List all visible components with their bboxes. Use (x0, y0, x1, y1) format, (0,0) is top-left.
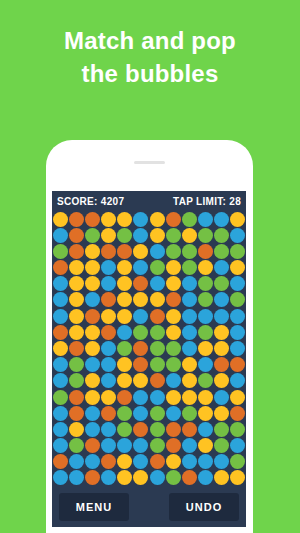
bubble-r15-c8[interactable] (166, 438, 181, 453)
bubble-r12-c5[interactable] (117, 390, 132, 405)
score-value: 4207 (101, 196, 124, 207)
bubble-r3-c8[interactable] (166, 244, 181, 259)
bubble-r9-c9[interactable] (182, 341, 197, 356)
bubble-r1-c2[interactable] (69, 212, 84, 227)
bubble-r1-c12[interactable] (230, 212, 245, 227)
bubble-r11-c5[interactable] (117, 373, 132, 388)
speaker-slit (134, 161, 165, 164)
bubble-r14-c1[interactable] (53, 422, 68, 437)
bubble-r13-c9[interactable] (182, 406, 197, 421)
game-screen: SCORE: 4207 TAP LIMIT: 28 MENU UNDO (52, 191, 246, 527)
tap-limit-value: 28 (229, 196, 241, 207)
bubble-r7-c1[interactable] (53, 309, 68, 324)
bubble-r10-c8[interactable] (166, 357, 181, 372)
bubble-r3-c9[interactable] (182, 244, 197, 259)
bubble-r13-c5[interactable] (117, 406, 132, 421)
bubble-r16-c2[interactable] (69, 454, 84, 469)
bubble-r5-c6[interactable] (133, 276, 148, 291)
bubble-r12-c12[interactable] (230, 390, 245, 405)
bubble-r11-c8[interactable] (166, 373, 181, 388)
bubble-r10-c2[interactable] (69, 357, 84, 372)
bubble-r2-c5[interactable] (117, 228, 132, 243)
bubble-r4-c2[interactable] (69, 260, 84, 275)
bubble-r12-c4[interactable] (101, 390, 116, 405)
bubble-r15-c11[interactable] (214, 438, 229, 453)
bubble-r16-c5[interactable] (117, 454, 132, 469)
bubble-r13-c2[interactable] (69, 406, 84, 421)
bubble-r17-c9[interactable] (182, 470, 197, 485)
bubble-r16-c1[interactable] (53, 454, 68, 469)
bubble-r16-c10[interactable] (198, 454, 213, 469)
bubble-r5-c8[interactable] (166, 276, 181, 291)
bubble-r4-c11[interactable] (214, 260, 229, 275)
bubble-r8-c1[interactable] (53, 325, 68, 340)
bubble-r2-c2[interactable] (69, 228, 84, 243)
hud-bar: SCORE: 4207 TAP LIMIT: 28 (52, 191, 246, 211)
bubble-r9-c11[interactable] (214, 341, 229, 356)
phone-mockup: SCORE: 4207 TAP LIMIT: 28 MENU UNDO (46, 140, 253, 533)
bubble-r14-c7[interactable] (150, 422, 165, 437)
bubble-r9-c2[interactable] (69, 341, 84, 356)
bubble-r11-c12[interactable] (230, 373, 245, 388)
headline-line1: Match and pop (0, 24, 300, 57)
bubble-r14-c8[interactable] (166, 422, 181, 437)
bubble-r14-c4[interactable] (101, 422, 116, 437)
score-label: SCORE: (57, 196, 98, 207)
bubble-r2-c10[interactable] (198, 228, 213, 243)
bubble-r7-c11[interactable] (214, 309, 229, 324)
bubble-r6-c3[interactable] (85, 292, 100, 307)
bubble-r16-c11[interactable] (214, 454, 229, 469)
bubble-r2-c9[interactable] (182, 228, 197, 243)
bubble-r2-c4[interactable] (101, 228, 116, 243)
bubble-r4-c10[interactable] (198, 260, 213, 275)
bubble-r2-c8[interactable] (166, 228, 181, 243)
bubble-r16-c3[interactable] (85, 454, 100, 469)
bubble-r16-c4[interactable] (101, 454, 116, 469)
bubble-r7-c7[interactable] (150, 309, 165, 324)
bubble-r8-c11[interactable] (214, 325, 229, 340)
bubble-r3-c12[interactable] (230, 244, 245, 259)
bubble-r13-c10[interactable] (198, 406, 213, 421)
bubble-r5-c10[interactable] (198, 276, 213, 291)
bubble-r5-c7[interactable] (150, 276, 165, 291)
bubble-r5-c1[interactable] (53, 276, 68, 291)
bubble-r15-c3[interactable] (85, 438, 100, 453)
bubble-r15-c9[interactable] (182, 438, 197, 453)
bubble-r8-c3[interactable] (85, 325, 100, 340)
footer-bar: MENU UNDO (52, 486, 246, 527)
bubble-r3-c5[interactable] (117, 244, 132, 259)
tap-limit-label: TAP LIMIT: (173, 196, 226, 207)
bubble-r13-c11[interactable] (214, 406, 229, 421)
bubble-r9-c10[interactable] (198, 341, 213, 356)
bubble-r4-c5[interactable] (117, 260, 132, 275)
bubble-r13-c6[interactable] (133, 406, 148, 421)
bubble-r13-c7[interactable] (150, 406, 165, 421)
bubble-r6-c5[interactable] (117, 292, 132, 307)
undo-button[interactable]: UNDO (169, 493, 239, 521)
bubble-r14-c3[interactable] (85, 422, 100, 437)
bubble-r11-c3[interactable] (85, 373, 100, 388)
bubble-r14-c6[interactable] (133, 422, 148, 437)
bubble-r16-c7[interactable] (150, 454, 165, 469)
bubble-r8-c10[interactable] (198, 325, 213, 340)
bubble-r5-c12[interactable] (230, 276, 245, 291)
bubble-r11-c9[interactable] (182, 373, 197, 388)
score-text: SCORE: 4207 (57, 196, 124, 207)
bubble-r8-c7[interactable] (150, 325, 165, 340)
bubble-r15-c6[interactable] (133, 438, 148, 453)
bubble-r3-c11[interactable] (214, 244, 229, 259)
bubble-r14-c12[interactable] (230, 422, 245, 437)
bubble-r15-c2[interactable] (69, 438, 84, 453)
bubble-r7-c2[interactable] (69, 309, 84, 324)
bubble-r13-c8[interactable] (166, 406, 181, 421)
board (52, 211, 246, 486)
bubble-r4-c8[interactable] (166, 260, 181, 275)
bubble-r10-c9[interactable] (182, 357, 197, 372)
bubble-r6-c10[interactable] (198, 292, 213, 307)
bubble-r17-c7[interactable] (150, 470, 165, 485)
bubble-r14-c2[interactable] (69, 422, 84, 437)
bubble-r13-c3[interactable] (85, 406, 100, 421)
bubble-r12-c1[interactable] (53, 390, 68, 405)
bubble-r8-c9[interactable] (182, 325, 197, 340)
bubble-r8-c5[interactable] (117, 325, 132, 340)
bubble-r1-c9[interactable] (182, 212, 197, 227)
bubble-r11-c11[interactable] (214, 373, 229, 388)
bubble-r10-c4[interactable] (101, 357, 116, 372)
bubble-r6-c11[interactable] (214, 292, 229, 307)
bubble-r17-c11[interactable] (214, 470, 229, 485)
bubble-r16-c8[interactable] (166, 454, 181, 469)
bubble-r2-c3[interactable] (85, 228, 100, 243)
bubble-r7-c3[interactable] (85, 309, 100, 324)
bubble-r14-c5[interactable] (117, 422, 132, 437)
bubble-r2-c7[interactable] (150, 228, 165, 243)
bubble-r6-c8[interactable] (166, 292, 181, 307)
bubble-r1-c1[interactable] (53, 212, 68, 227)
bubble-r4-c4[interactable] (101, 260, 116, 275)
bubble-r5-c2[interactable] (69, 276, 84, 291)
bubble-r12-c7[interactable] (150, 390, 165, 405)
bubble-r17-c12[interactable] (230, 470, 245, 485)
bubble-r10-c3[interactable] (85, 357, 100, 372)
bubble-r6-c2[interactable] (69, 292, 84, 307)
bubble-r15-c1[interactable] (53, 438, 68, 453)
bubble-r5-c11[interactable] (214, 276, 229, 291)
bubble-r17-c3[interactable] (85, 470, 100, 485)
bubble-r3-c1[interactable] (53, 244, 68, 259)
bubble-r12-c6[interactable] (133, 390, 148, 405)
bubble-r6-c1[interactable] (53, 292, 68, 307)
bubble-r14-c11[interactable] (214, 422, 229, 437)
bubble-r6-c7[interactable] (150, 292, 165, 307)
bubble-r11-c7[interactable] (150, 373, 165, 388)
bubble-r10-c7[interactable] (150, 357, 165, 372)
bubble-r6-c4[interactable] (101, 292, 116, 307)
bubble-r7-c8[interactable] (166, 309, 181, 324)
bubble-r1-c10[interactable] (198, 212, 213, 227)
bubble-r11-c1[interactable] (53, 373, 68, 388)
bubble-r13-c1[interactable] (53, 406, 68, 421)
bubble-r9-c12[interactable] (230, 341, 245, 356)
bubble-r9-c4[interactable] (101, 341, 116, 356)
bubble-r13-c4[interactable] (101, 406, 116, 421)
bubble-r11-c4[interactable] (101, 373, 116, 388)
bubble-r13-c12[interactable] (230, 406, 245, 421)
bubble-r16-c12[interactable] (230, 454, 245, 469)
bubble-r3-c3[interactable] (85, 244, 100, 259)
bubble-r3-c2[interactable] (69, 244, 84, 259)
bubble-r17-c4[interactable] (101, 470, 116, 485)
bubble-r15-c7[interactable] (150, 438, 165, 453)
bubble-r9-c8[interactable] (166, 341, 181, 356)
bubble-r17-c8[interactable] (166, 470, 181, 485)
bubble-r15-c4[interactable] (101, 438, 116, 453)
bubble-r17-c10[interactable] (198, 470, 213, 485)
bubble-r14-c9[interactable] (182, 422, 197, 437)
headline: Match and pop the bubbles (0, 24, 300, 90)
bubble-r4-c6[interactable] (133, 260, 148, 275)
bubble-r7-c5[interactable] (117, 309, 132, 324)
bubble-r1-c6[interactable] (133, 212, 148, 227)
bubble-r5-c5[interactable] (117, 276, 132, 291)
bubble-r15-c5[interactable] (117, 438, 132, 453)
bubble-r10-c5[interactable] (117, 357, 132, 372)
bubble-r2-c11[interactable] (214, 228, 229, 243)
bubble-r8-c2[interactable] (69, 325, 84, 340)
bubble-r12-c11[interactable] (214, 390, 229, 405)
bubble-r16-c9[interactable] (182, 454, 197, 469)
bubble-r1-c3[interactable] (85, 212, 100, 227)
bubble-r3-c6[interactable] (133, 244, 148, 259)
bubble-r11-c2[interactable] (69, 373, 84, 388)
bubble-r12-c3[interactable] (85, 390, 100, 405)
bubble-r9-c5[interactable] (117, 341, 132, 356)
bubble-r4-c3[interactable] (85, 260, 100, 275)
tap-limit-text: TAP LIMIT: 28 (173, 196, 241, 207)
bubble-r4-c9[interactable] (182, 260, 197, 275)
bubble-r15-c12[interactable] (230, 438, 245, 453)
bubble-r9-c3[interactable] (85, 341, 100, 356)
bubble-r15-c10[interactable] (198, 438, 213, 453)
bubble-r1-c8[interactable] (166, 212, 181, 227)
bubble-r9-c1[interactable] (53, 341, 68, 356)
bubble-r10-c11[interactable] (214, 357, 229, 372)
bubble-r7-c10[interactable] (198, 309, 213, 324)
bubble-r4-c7[interactable] (150, 260, 165, 275)
bubble-r14-c10[interactable] (198, 422, 213, 437)
bubble-r7-c6[interactable] (133, 309, 148, 324)
bubble-r12-c8[interactable] (166, 390, 181, 405)
bubble-r8-c4[interactable] (101, 325, 116, 340)
bubble-r7-c9[interactable] (182, 309, 197, 324)
bubble-r5-c4[interactable] (101, 276, 116, 291)
bubble-r7-c4[interactable] (101, 309, 116, 324)
bubble-r4-c12[interactable] (230, 260, 245, 275)
bubble-r5-c9[interactable] (182, 276, 197, 291)
bubble-r6-c9[interactable] (182, 292, 197, 307)
bubble-r2-c6[interactable] (133, 228, 148, 243)
bubble-r3-c10[interactable] (198, 244, 213, 259)
bubble-r2-c12[interactable] (230, 228, 245, 243)
bubble-r10-c6[interactable] (133, 357, 148, 372)
bubble-r7-c12[interactable] (230, 309, 245, 324)
bubble-r11-c6[interactable] (133, 373, 148, 388)
bubble-r9-c7[interactable] (150, 341, 165, 356)
bubble-r12-c2[interactable] (69, 390, 84, 405)
bubble-r2-c1[interactable] (53, 228, 68, 243)
bubble-r1-c11[interactable] (214, 212, 229, 227)
bubble-r8-c8[interactable] (166, 325, 181, 340)
bubble-r6-c12[interactable] (230, 292, 245, 307)
page-background: { "game": "bubble-pop color-match puzzle… (0, 0, 300, 533)
bubble-r4-c1[interactable] (53, 260, 68, 275)
bubble-r1-c5[interactable] (117, 212, 132, 227)
headline-line2: the bubbles (0, 57, 300, 90)
bubble-r9-c6[interactable] (133, 341, 148, 356)
bubble-r17-c2[interactable] (69, 470, 84, 485)
bubble-r1-c4[interactable] (101, 212, 116, 227)
bubble-r3-c4[interactable] (101, 244, 116, 259)
bubble-r6-c6[interactable] (133, 292, 148, 307)
bubble-r5-c3[interactable] (85, 276, 100, 291)
bubble-r10-c12[interactable] (230, 357, 245, 372)
bubble-r10-c10[interactable] (198, 357, 213, 372)
bubble-r1-c7[interactable] (150, 212, 165, 227)
bubble-r11-c10[interactable] (198, 373, 213, 388)
bubble-r17-c5[interactable] (117, 470, 132, 485)
bubble-r17-c1[interactable] (53, 470, 68, 485)
bubble-r10-c1[interactable] (53, 357, 68, 372)
bubble-r12-c9[interactable] (182, 390, 197, 405)
menu-button[interactable]: MENU (59, 493, 129, 521)
bubble-r8-c6[interactable] (133, 325, 148, 340)
bubble-r16-c6[interactable] (133, 454, 148, 469)
bubble-r17-c6[interactable] (133, 470, 148, 485)
bubble-r12-c10[interactable] (198, 390, 213, 405)
bubble-r3-c7[interactable] (150, 244, 165, 259)
bubble-r8-c12[interactable] (230, 325, 245, 340)
